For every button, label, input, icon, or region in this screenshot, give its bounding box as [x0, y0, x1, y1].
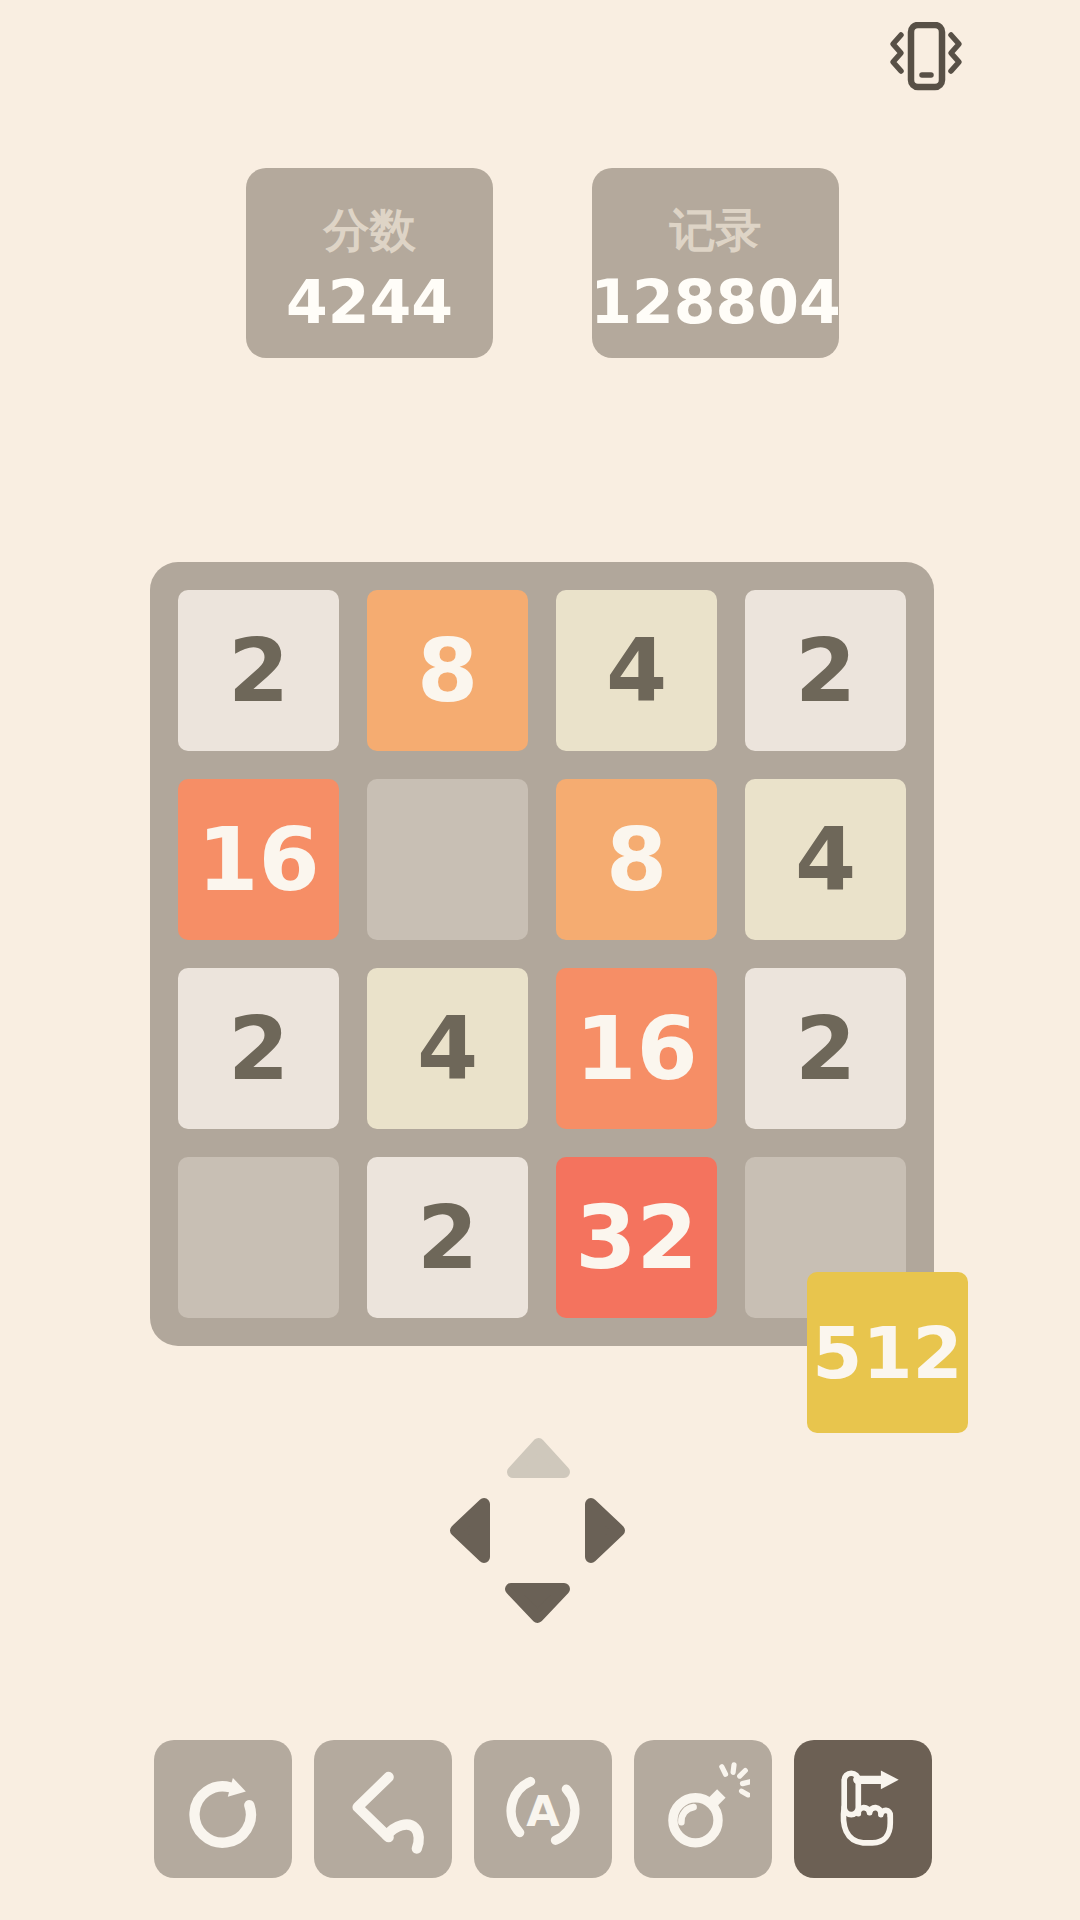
tile-8-r2c3: 8	[556, 779, 717, 940]
autoplay-button[interactable]: A	[474, 1740, 612, 1878]
score-box: 分数 4244	[246, 168, 493, 358]
arrow-right-icon[interactable]	[591, 1504, 619, 1557]
tile-16-r3c3: 16	[556, 968, 717, 1129]
bomb-icon	[656, 1762, 750, 1856]
best-score-box: 记录 128804	[592, 168, 839, 358]
tile-2-r3c4: 2	[745, 968, 906, 1129]
tile-2-r3c1: 2	[178, 968, 339, 1129]
phone-vibrate-icon[interactable]	[884, 22, 968, 92]
restart-icon	[176, 1762, 270, 1856]
swipe-mode-button[interactable]	[794, 1740, 932, 1878]
floating-tile-512: 512	[807, 1272, 968, 1433]
bomb-button[interactable]	[634, 1740, 772, 1878]
score-value: 4244	[286, 270, 453, 334]
restart-button[interactable]	[154, 1740, 292, 1878]
letter-a-circle-icon: A	[496, 1762, 590, 1856]
empty-cell-r4c1	[178, 1157, 339, 1318]
arrow-down-icon[interactable]	[511, 1589, 564, 1617]
dpad	[440, 1425, 640, 1635]
empty-cell-r2c2	[367, 779, 528, 940]
tile-4-r1c3: 4	[556, 590, 717, 751]
score-label: 分数	[324, 204, 416, 256]
tile-16-r2c1: 16	[178, 779, 339, 940]
tile-32-r4c3: 32	[556, 1157, 717, 1318]
undo-arrow-icon	[336, 1762, 430, 1856]
tile-2-r4c2: 2	[367, 1157, 528, 1318]
tile-grid[interactable]: 2842168424162232	[150, 562, 934, 1346]
arrow-left-icon[interactable]	[456, 1504, 484, 1557]
tile-4-r2c4: 4	[745, 779, 906, 940]
tile-8-r1c2: 8	[367, 590, 528, 751]
swipe-gesture-icon	[816, 1762, 910, 1856]
game-screen: 分数 4244 记录 128804 2842168424162232 512	[0, 0, 1080, 1920]
arrow-up-icon[interactable]	[513, 1444, 564, 1472]
best-label: 记录	[670, 204, 762, 256]
tile-4-r3c2: 4	[367, 968, 528, 1129]
svg-text:A: A	[526, 1786, 560, 1836]
toolbar: A	[154, 1740, 932, 1878]
game-board: 2842168424162232	[150, 562, 934, 1346]
best-value: 128804	[590, 270, 841, 334]
tile-2-r1c1: 2	[178, 590, 339, 751]
undo-button[interactable]	[314, 1740, 452, 1878]
tile-2-r1c4: 2	[745, 590, 906, 751]
